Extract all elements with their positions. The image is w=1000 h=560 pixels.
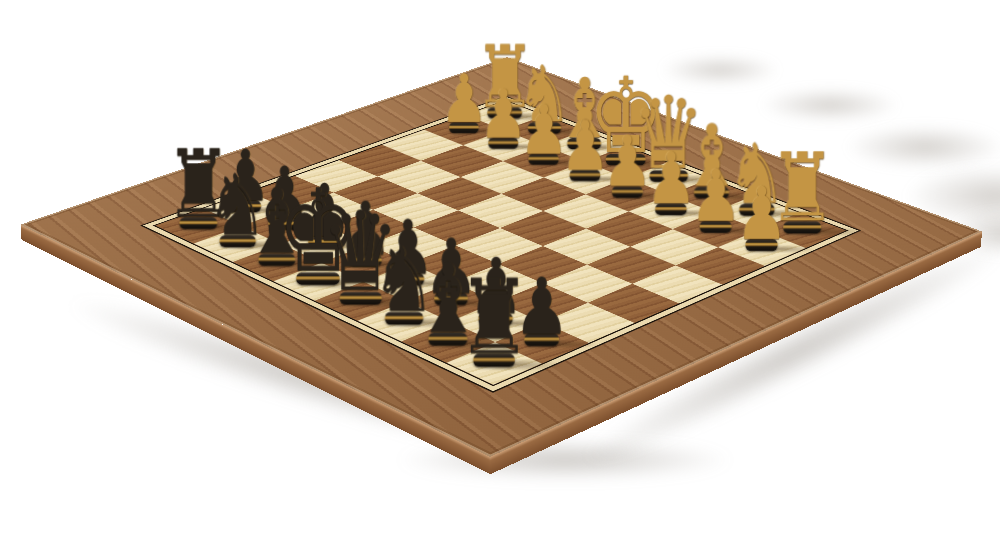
king-glyph: ♚	[588, 73, 663, 159]
square-e1[interactable]: ♚	[585, 146, 667, 178]
pawn-glyph: ♟	[602, 133, 652, 191]
piece-figure: ♝	[547, 75, 621, 149]
square-f2[interactable]: ♟	[503, 146, 585, 178]
piece-figure: ♟	[729, 184, 794, 251]
piece-base-cylinder	[489, 137, 519, 148]
square-d3[interactable]	[543, 194, 628, 228]
piece-figure: ♞	[509, 63, 579, 133]
photo-backdrop: ♜♞♝♚♛♝♞♜♟♟♟♟♟♟♟♟♟♟♟♟♟♟♟♟♜♞♝♚♛♞♝♜	[0, 0, 1000, 560]
pawn-glyph: ♟	[519, 102, 568, 158]
piece-shadow	[531, 159, 592, 167]
square-g3[interactable]	[421, 145, 503, 177]
piece-base-cylinder	[529, 153, 559, 164]
piece-figure: ♚	[579, 73, 673, 165]
rook-glyph: ♜	[474, 41, 536, 112]
piece-shadow	[615, 192, 678, 200]
piece-base-cylinder	[649, 170, 688, 182]
square-a8[interactable]: ♜	[447, 342, 542, 385]
piece-base-cylinder	[449, 122, 479, 133]
square-h3[interactable]	[382, 130, 463, 161]
pawn-glyph: ♟	[440, 72, 488, 127]
piece-base-cylinder	[612, 186, 643, 198]
piece-figure: ♟	[434, 72, 494, 133]
piece-shadow	[563, 142, 642, 151]
piece-base-cylinder	[568, 138, 602, 149]
square-g1[interactable]: ♞	[504, 116, 584, 146]
square-f3[interactable]	[461, 161, 544, 194]
pawn-glyph: ♟	[560, 117, 610, 174]
piece-figure: ♜	[448, 274, 541, 367]
bishop-glyph: ♝	[555, 75, 614, 143]
piece-shadow	[573, 175, 635, 183]
square-h2[interactable]: ♟	[424, 115, 504, 145]
rook-glyph: ♜	[457, 274, 531, 359]
piece-base-cylinder	[606, 154, 646, 165]
piece-figure: ♜	[466, 41, 543, 118]
piece-shadow	[596, 157, 692, 169]
knight-glyph: ♞	[516, 63, 572, 127]
piece-base-cylinder	[528, 122, 561, 133]
square-e3[interactable]	[501, 178, 585, 211]
piece-shadow	[482, 112, 563, 121]
piece-base-cylinder	[570, 169, 601, 181]
scene-3d: ♜♞♝♚♛♝♞♜♟♟♟♟♟♟♟♟♟♟♟♟♟♟♟♟♜♞♝♚♛♞♝♜	[0, 0, 1000, 560]
square-e2[interactable]: ♟	[544, 162, 627, 195]
piece-figure: ♟	[513, 102, 574, 165]
piece-figure: ♟	[554, 117, 616, 181]
square-f1[interactable]: ♝	[544, 131, 625, 162]
square-a2[interactable]: ♟	[718, 230, 806, 266]
piece-figure: ♟	[473, 86, 534, 148]
piece-shadow	[452, 127, 512, 134]
piece-base-cylinder	[487, 107, 522, 118]
square-g2[interactable]: ♟	[463, 130, 544, 161]
chess-board: ♜♞♝♚♛♝♞♜♟♟♟♟♟♟♟♟♟♟♟♟♟♟♟♟♜♞♝♚♛♞♝♜	[20, 57, 982, 457]
pawn-glyph: ♟	[479, 86, 527, 141]
pawn-glyph: ♟	[736, 184, 788, 244]
piece-shadow	[491, 143, 551, 151]
square-h1[interactable]: ♜	[465, 101, 544, 130]
square-c3[interactable]	[586, 212, 672, 247]
square-d2[interactable]: ♟	[586, 178, 670, 211]
piece-base-cylinder	[655, 203, 687, 215]
piece-shadow	[524, 127, 600, 136]
piece-figure: ♟	[596, 133, 659, 197]
